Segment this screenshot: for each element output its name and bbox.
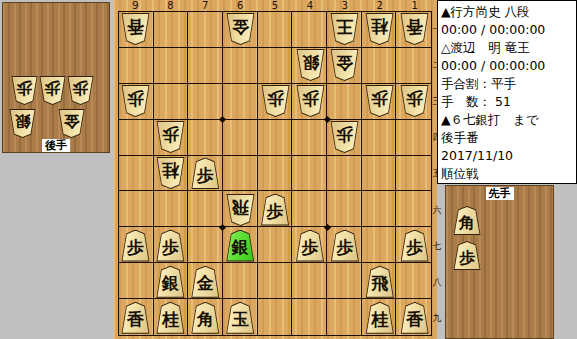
piece-gote-1-3[interactable]: 歩 [400, 85, 429, 117]
board-cell [327, 299, 362, 335]
piece-kanji: 歩 [127, 239, 144, 256]
piece-gote-4-2[interactable]: 銀 [296, 49, 325, 81]
board-cell [327, 191, 362, 227]
piece-kanji: 歩 [267, 203, 284, 220]
piece-gote-1-1[interactable]: 香 [400, 13, 429, 45]
rank-label-8: 八 [432, 264, 442, 300]
board-cell [258, 48, 293, 84]
board-cell [327, 263, 362, 299]
piece-kanji: 香 [127, 19, 144, 36]
board-area: 987654321一二三四五六七八九香金王桂香銀金歩歩歩歩歩歩歩桂飛歩歩歩歩銀歩… [113, 0, 437, 339]
rank-label-6: 六 [432, 192, 442, 228]
piece-sente-8-8[interactable]: 銀 [156, 266, 185, 298]
board-cell [292, 299, 327, 335]
board-cell [188, 48, 223, 84]
board-cell [327, 84, 362, 120]
piece-sente-8-9[interactable]: 桂 [156, 302, 185, 334]
piece-sente-4-7[interactable]: 歩 [296, 230, 325, 262]
board-cell [362, 227, 397, 263]
piece-kanji: 桂 [371, 311, 388, 328]
board-cell [362, 120, 397, 156]
rank-label-7: 七 [432, 228, 442, 264]
piece-kanji: 歩 [45, 81, 61, 97]
board-cell [292, 12, 327, 48]
sente-hand-tray: 先手 角歩 [445, 185, 554, 339]
piece-kanji: 歩 [73, 81, 89, 97]
board-cell [188, 191, 223, 227]
gote-hand-piece-2[interactable]: 歩 [67, 76, 94, 105]
board-cell [292, 263, 327, 299]
piece-sente-6-7-lastmove[interactable]: 銀 [226, 230, 255, 262]
board-cell [258, 227, 293, 263]
board-cell [396, 48, 431, 84]
piece-sente-7-5[interactable]: 歩 [191, 157, 220, 189]
file-label-3: 3 [327, 0, 362, 11]
piece-gote-2-3[interactable]: 歩 [365, 85, 394, 117]
piece-gote-8-4[interactable]: 歩 [156, 121, 185, 153]
piece-kanji: 金 [232, 19, 249, 36]
file-label-1: 1 [397, 0, 432, 11]
board-cell [119, 191, 154, 227]
board-cell [258, 156, 293, 192]
board-cell [396, 191, 431, 227]
piece-gote-8-5[interactable]: 桂 [156, 157, 185, 189]
piece-gote-9-3[interactable]: 歩 [121, 85, 150, 117]
piece-kanji: 角 [459, 215, 475, 231]
piece-kanji: 桂 [162, 311, 179, 328]
piece-kanji: 香 [406, 311, 423, 328]
handicap-line: 手合割：平手 [441, 75, 576, 93]
piece-kanji: 歩 [302, 239, 319, 256]
piece-kanji: 角 [197, 311, 214, 328]
piece-sente-6-9[interactable]: 玉 [226, 302, 255, 334]
piece-kanji: 銀 [302, 55, 319, 72]
piece-kanji: 香 [127, 311, 144, 328]
turn-indicator: 後手番 [441, 129, 576, 147]
gote-hand-tray: 後手 歩歩歩銀金 [2, 2, 110, 153]
board-cell [154, 84, 189, 120]
piece-kanji: 飛 [232, 199, 249, 216]
piece-kanji: 金 [64, 114, 80, 130]
piece-kanji: 銀 [232, 239, 249, 256]
piece-kanji: 銀 [15, 114, 31, 130]
piece-gote-6-6[interactable]: 飛 [226, 194, 255, 226]
board-cell [258, 120, 293, 156]
piece-kanji: 王 [336, 19, 353, 36]
gote-hand-piece-4[interactable]: 金 [58, 109, 85, 138]
board-cell [258, 12, 293, 48]
game-date: 2017/11/10 [441, 147, 576, 165]
file-label-5: 5 [258, 0, 293, 11]
piece-gote-2-1[interactable]: 桂 [365, 13, 394, 45]
gote-hand-piece-3[interactable]: 銀 [9, 109, 36, 138]
piece-sente-8-7[interactable]: 歩 [156, 230, 185, 262]
sente-tray-label: 先手 [486, 187, 514, 200]
piece-kanji: 歩 [127, 91, 144, 108]
board-cell [154, 48, 189, 84]
piece-kanji: 香 [406, 19, 423, 36]
sente-hand-piece-1[interactable]: 歩 [453, 241, 481, 270]
piece-gote-9-1[interactable]: 香 [121, 13, 150, 45]
board-cell [154, 191, 189, 227]
board-cell [119, 263, 154, 299]
piece-gote-5-3[interactable]: 歩 [261, 85, 290, 117]
piece-kanji: 銀 [162, 275, 179, 292]
file-label-8: 8 [153, 0, 188, 11]
piece-sente-1-9[interactable]: 香 [400, 302, 429, 334]
piece-gote-4-3[interactable]: 歩 [296, 85, 325, 117]
piece-sente-9-9[interactable]: 香 [121, 302, 150, 334]
board-cell [188, 84, 223, 120]
piece-kanji: 金 [197, 275, 214, 292]
board-cell [362, 48, 397, 84]
piece-gote-6-1[interactable]: 金 [226, 13, 255, 45]
piece-sente-3-7[interactable]: 歩 [330, 230, 359, 262]
board-cell [396, 263, 431, 299]
file-label-9: 9 [118, 0, 153, 11]
file-label-4: 4 [293, 0, 328, 11]
board-cell [292, 120, 327, 156]
sente-player-name: ▲行方尚史 八段 [441, 3, 576, 21]
piece-sente-7-8[interactable]: 金 [191, 266, 220, 298]
piece-kanji: 歩 [162, 127, 179, 144]
gote-hand-piece-1[interactable]: 歩 [39, 76, 66, 105]
piece-kanji: 歩 [162, 239, 179, 256]
file-label-2: 2 [362, 0, 397, 11]
board-cell [154, 12, 189, 48]
piece-kanji: 飛 [371, 275, 388, 292]
piece-gote-3-2[interactable]: 金 [330, 49, 359, 81]
piece-kanji: 歩 [267, 91, 284, 108]
piece-sente-2-8[interactable]: 飛 [365, 266, 394, 298]
piece-sente-2-9[interactable]: 桂 [365, 302, 394, 334]
board-cell [223, 48, 258, 84]
board-cell [223, 156, 258, 192]
piece-kanji: 歩 [459, 250, 475, 266]
piece-kanji: 歩 [302, 91, 319, 108]
piece-sente-7-9[interactable]: 角 [191, 302, 220, 334]
sente-hand-piece-0[interactable]: 角 [453, 206, 481, 235]
board-cell [119, 120, 154, 156]
rank-label-9: 九 [432, 300, 442, 336]
kifu-viewer-window: 後手 歩歩歩銀金 987654321一二三四五六七八九香金王桂香銀金歩歩歩歩歩歩… [0, 0, 577, 339]
piece-kanji: 歩 [406, 239, 423, 256]
piece-sente-1-7[interactable]: 歩 [400, 230, 429, 262]
board-cell [223, 120, 258, 156]
board-cell [188, 227, 223, 263]
piece-sente-5-6[interactable]: 歩 [261, 194, 290, 226]
board-cell [188, 12, 223, 48]
piece-gote-3-1[interactable]: 王 [330, 13, 359, 45]
gote-player-name: △渡辺 明 竜王 [441, 39, 576, 57]
gote-hand-piece-0[interactable]: 歩 [11, 76, 38, 105]
board-cell [258, 299, 293, 335]
piece-gote-3-4[interactable]: 歩 [330, 121, 359, 153]
info-panel: ▲行方尚史 八段 00:00 / 00:00:00 △渡辺 明 竜王 00:00… [437, 0, 577, 184]
piece-kanji: 歩 [371, 91, 388, 108]
board-cell [362, 156, 397, 192]
piece-kanji: 歩 [336, 127, 353, 144]
board-cell [292, 191, 327, 227]
board-cell [119, 156, 154, 192]
board-cell [292, 156, 327, 192]
piece-kanji: 歩 [336, 239, 353, 256]
board-cell [223, 84, 258, 120]
piece-kanji: 歩 [406, 91, 423, 108]
gote-tray-label: 後手 [42, 139, 70, 152]
sente-clock: 00:00 / 00:00:00 [441, 21, 576, 39]
gote-clock: 00:00 / 00:00:00 [441, 57, 576, 75]
board-cell [327, 156, 362, 192]
board-cell [396, 120, 431, 156]
board-cell [223, 263, 258, 299]
file-label-7: 7 [188, 0, 223, 11]
board-cell [188, 120, 223, 156]
piece-kanji: 歩 [197, 167, 214, 184]
piece-kanji: 玉 [232, 311, 249, 328]
last-move-line: ▲６七銀打 まで [441, 111, 576, 129]
piece-kanji: 桂 [162, 163, 179, 180]
file-label-6: 6 [223, 0, 258, 11]
piece-sente-9-7[interactable]: 歩 [121, 230, 150, 262]
piece-kanji: 桂 [371, 19, 388, 36]
board-cell [362, 191, 397, 227]
board-cell [119, 48, 154, 84]
board-cell [258, 263, 293, 299]
board-cell [396, 156, 431, 192]
piece-kanji: 歩 [17, 81, 33, 97]
move-count-line: 手 数： 51 [441, 93, 576, 111]
piece-kanji: 金 [336, 55, 353, 72]
event-name: 順位戦 [441, 165, 576, 183]
